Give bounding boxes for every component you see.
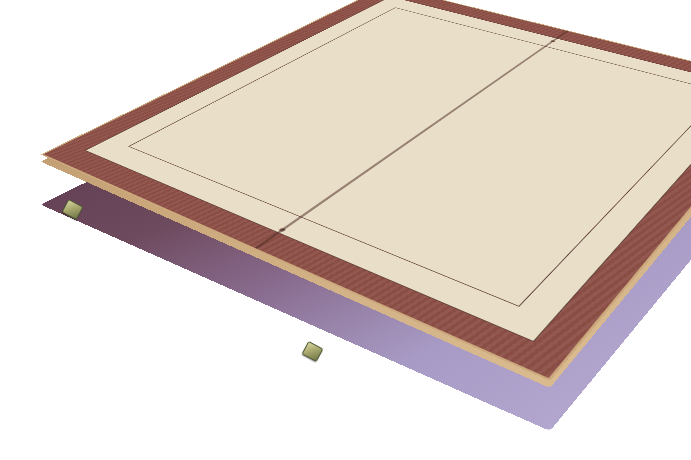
brass-clasp — [301, 341, 323, 362]
chess-set-photo — [0, 0, 691, 460]
